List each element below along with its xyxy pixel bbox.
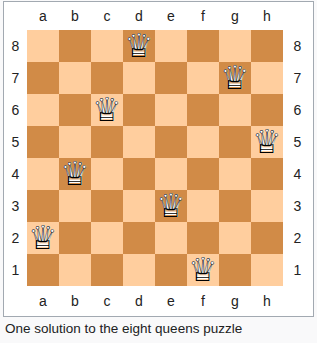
file-label-top-c: c bbox=[91, 2, 123, 30]
file-label-bottom-c: c bbox=[91, 286, 123, 316]
corner-top-left bbox=[4, 2, 27, 30]
rank-label-left-6: 6 bbox=[4, 94, 27, 126]
queen-outline-glyph: ♕ bbox=[219, 62, 251, 94]
white-queen: ♛♕ bbox=[27, 222, 59, 254]
square-c8[interactable] bbox=[91, 30, 123, 62]
square-b1[interactable] bbox=[59, 254, 91, 286]
queen-outline-glyph: ♕ bbox=[187, 254, 219, 286]
rank-label-right-3: 3 bbox=[283, 190, 312, 222]
corner-bottom-right bbox=[283, 286, 312, 316]
square-h3[interactable] bbox=[251, 190, 283, 222]
rank-label-right-8: 8 bbox=[283, 30, 312, 62]
square-d3[interactable] bbox=[123, 190, 155, 222]
square-e2[interactable] bbox=[155, 222, 187, 254]
file-label-bottom-b: b bbox=[59, 286, 91, 316]
square-a6[interactable] bbox=[27, 94, 59, 126]
white-queen: ♛♕ bbox=[187, 254, 219, 286]
white-queen: ♛♕ bbox=[219, 62, 251, 94]
square-g1[interactable] bbox=[219, 254, 251, 286]
rank-label-right-7: 7 bbox=[283, 62, 312, 94]
square-d4[interactable] bbox=[123, 158, 155, 190]
queen-outline-glyph: ♕ bbox=[91, 94, 123, 126]
square-b4[interactable]: ♛♕ bbox=[59, 158, 91, 190]
square-e8[interactable] bbox=[155, 30, 187, 62]
file-label-bottom-e: e bbox=[155, 286, 187, 316]
queen-outline-glyph: ♕ bbox=[155, 190, 187, 222]
white-queen: ♛♕ bbox=[91, 94, 123, 126]
caption: One solution to the eight queens puzzle bbox=[5, 321, 242, 336]
square-d1[interactable] bbox=[123, 254, 155, 286]
file-label-bottom-h: h bbox=[251, 286, 283, 316]
file-label-top-b: b bbox=[59, 2, 91, 30]
rank-label-left-5: 5 bbox=[4, 126, 27, 158]
corner-bottom-left bbox=[4, 286, 27, 316]
square-g3[interactable] bbox=[219, 190, 251, 222]
square-f3[interactable] bbox=[187, 190, 219, 222]
square-a7[interactable] bbox=[27, 62, 59, 94]
square-a8[interactable] bbox=[27, 30, 59, 62]
square-h7[interactable] bbox=[251, 62, 283, 94]
square-e5[interactable] bbox=[155, 126, 187, 158]
square-c5[interactable] bbox=[91, 126, 123, 158]
square-h2[interactable] bbox=[251, 222, 283, 254]
square-d8[interactable]: ♛♕ bbox=[123, 30, 155, 62]
square-a2[interactable]: ♛♕ bbox=[27, 222, 59, 254]
square-e3[interactable]: ♛♕ bbox=[155, 190, 187, 222]
square-d7[interactable] bbox=[123, 62, 155, 94]
rank-label-right-5: 5 bbox=[283, 126, 312, 158]
rank-label-left-7: 7 bbox=[4, 62, 27, 94]
rank-label-left-2: 2 bbox=[4, 222, 27, 254]
square-e6[interactable] bbox=[155, 94, 187, 126]
square-d2[interactable] bbox=[123, 222, 155, 254]
square-g2[interactable] bbox=[219, 222, 251, 254]
square-g7[interactable]: ♛♕ bbox=[219, 62, 251, 94]
square-d6[interactable] bbox=[123, 94, 155, 126]
file-label-top-a: a bbox=[27, 2, 59, 30]
white-queen: ♛♕ bbox=[251, 126, 283, 158]
square-c6[interactable]: ♛♕ bbox=[91, 94, 123, 126]
rank-label-left-3: 3 bbox=[4, 190, 27, 222]
rank-label-left-1: 1 bbox=[4, 254, 27, 286]
square-g6[interactable] bbox=[219, 94, 251, 126]
white-queen: ♛♕ bbox=[123, 30, 155, 62]
square-f8[interactable] bbox=[187, 30, 219, 62]
square-a5[interactable] bbox=[27, 126, 59, 158]
rank-label-right-2: 2 bbox=[283, 222, 312, 254]
file-label-bottom-a: a bbox=[27, 286, 59, 316]
square-e7[interactable] bbox=[155, 62, 187, 94]
white-queen: ♛♕ bbox=[155, 190, 187, 222]
square-h1[interactable] bbox=[251, 254, 283, 286]
chessboard-frame: abcdefgh8♛♕87♛♕76♛♕65♛♕54♛♕43♛♕32♛♕21♛♕1… bbox=[3, 1, 314, 317]
page: abcdefgh8♛♕87♛♕76♛♕65♛♕54♛♕43♛♕32♛♕21♛♕1… bbox=[0, 0, 317, 343]
queen-outline-glyph: ♕ bbox=[123, 30, 155, 62]
square-f6[interactable] bbox=[187, 94, 219, 126]
file-label-top-g: g bbox=[219, 2, 251, 30]
square-f7[interactable] bbox=[187, 62, 219, 94]
square-h4[interactable] bbox=[251, 158, 283, 190]
square-d5[interactable] bbox=[123, 126, 155, 158]
file-label-bottom-g: g bbox=[219, 286, 251, 316]
square-a1[interactable] bbox=[27, 254, 59, 286]
square-g5[interactable] bbox=[219, 126, 251, 158]
square-b7[interactable] bbox=[59, 62, 91, 94]
square-b8[interactable] bbox=[59, 30, 91, 62]
square-g4[interactable] bbox=[219, 158, 251, 190]
square-f1[interactable]: ♛♕ bbox=[187, 254, 219, 286]
file-label-top-f: f bbox=[187, 2, 219, 30]
square-f4[interactable] bbox=[187, 158, 219, 190]
file-label-top-e: e bbox=[155, 2, 187, 30]
rank-label-left-8: 8 bbox=[4, 30, 27, 62]
rank-label-left-4: 4 bbox=[4, 158, 27, 190]
corner-top-right bbox=[283, 2, 312, 30]
square-c1[interactable] bbox=[91, 254, 123, 286]
square-c2[interactable] bbox=[91, 222, 123, 254]
square-c3[interactable] bbox=[91, 190, 123, 222]
square-a4[interactable] bbox=[27, 158, 59, 190]
file-label-top-h: h bbox=[251, 2, 283, 30]
rank-label-right-1: 1 bbox=[283, 254, 312, 286]
square-b3[interactable] bbox=[59, 190, 91, 222]
square-e1[interactable] bbox=[155, 254, 187, 286]
square-c4[interactable] bbox=[91, 158, 123, 190]
chessboard[interactable]: abcdefgh8♛♕87♛♕76♛♕65♛♕54♛♕43♛♕32♛♕21♛♕1… bbox=[4, 2, 313, 316]
queen-outline-glyph: ♕ bbox=[251, 126, 283, 158]
white-queen: ♛♕ bbox=[59, 158, 91, 190]
square-b2[interactable] bbox=[59, 222, 91, 254]
queen-outline-glyph: ♕ bbox=[27, 222, 59, 254]
square-h5[interactable]: ♛♕ bbox=[251, 126, 283, 158]
file-label-bottom-f: f bbox=[187, 286, 219, 316]
square-h8[interactable] bbox=[251, 30, 283, 62]
rank-label-right-4: 4 bbox=[283, 158, 312, 190]
file-label-bottom-d: d bbox=[123, 286, 155, 316]
square-f5[interactable] bbox=[187, 126, 219, 158]
queen-outline-glyph: ♕ bbox=[59, 158, 91, 190]
rank-label-right-6: 6 bbox=[283, 94, 312, 126]
square-b6[interactable] bbox=[59, 94, 91, 126]
